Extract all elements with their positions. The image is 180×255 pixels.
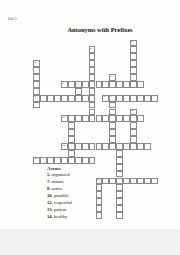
clue-item: 14. healthy <box>47 214 117 221</box>
crossword-cell[interactable] <box>89 102 96 109</box>
cell-number: 12 <box>62 144 65 147</box>
clue-item-text: possible <box>54 193 69 198</box>
crossword-cell[interactable]: 3 <box>33 60 40 67</box>
clue-item-text: mature <box>52 179 65 184</box>
crossword-cell[interactable]: 9 <box>109 95 116 102</box>
cell-number: 7 <box>35 95 36 98</box>
cell-number: 13 <box>35 157 38 160</box>
crossword-cell[interactable] <box>123 95 130 102</box>
cell-number: 8 <box>104 95 105 98</box>
crossword-cell[interactable] <box>130 122 137 129</box>
clue-item: 12. respectful <box>47 200 117 207</box>
crossword-cell[interactable] <box>33 81 40 88</box>
crossword-cell[interactable] <box>137 178 144 185</box>
crossword-cell[interactable] <box>102 115 109 122</box>
crossword-cell[interactable] <box>68 150 75 157</box>
crossword-cell[interactable] <box>75 157 82 164</box>
crossword-cell[interactable] <box>130 136 137 143</box>
crossword-cell[interactable]: 8 <box>102 95 109 102</box>
crossword-cell[interactable] <box>151 178 158 185</box>
crossword-cell[interactable] <box>89 88 96 95</box>
crossword-cell[interactable] <box>109 136 116 143</box>
clue-item: 5. organized <box>47 172 117 179</box>
crossword-cell[interactable] <box>89 157 96 164</box>
clue-item-text: organized <box>52 172 70 177</box>
crossword-cell[interactable] <box>137 115 144 122</box>
crossword-cell[interactable] <box>68 115 75 122</box>
crossword-cell[interactable] <box>89 95 96 102</box>
crossword-cell[interactable] <box>130 115 137 122</box>
crossword-cell[interactable] <box>47 95 54 102</box>
crossword-cell[interactable] <box>40 157 47 164</box>
crossword-cell[interactable] <box>116 178 123 185</box>
crossword-cell[interactable] <box>116 150 123 157</box>
crossword-cell[interactable] <box>96 115 103 122</box>
clue-item-number: 14. <box>47 214 54 219</box>
crossword-cell[interactable] <box>137 81 144 88</box>
crossword-cell[interactable] <box>68 122 75 129</box>
crossword-cell[interactable] <box>144 178 151 185</box>
crossword-cell[interactable] <box>68 157 75 164</box>
crossword-cell[interactable] <box>109 102 116 109</box>
clue-item: 7. mature <box>47 179 117 186</box>
clue-item-text: respectful <box>54 200 72 205</box>
crossword-cell[interactable] <box>75 115 82 122</box>
crossword-cell[interactable] <box>33 74 40 81</box>
crossword-cell[interactable] <box>102 143 109 150</box>
crossword-cell[interactable] <box>116 184 123 191</box>
across-clues: 5. organized7. mature8. active10. possib… <box>47 172 117 220</box>
crossword-cell[interactable] <box>116 212 123 219</box>
clue-item-number: 10. <box>47 193 54 198</box>
crossword-cell[interactable] <box>109 122 116 129</box>
crossword-cell[interactable] <box>130 74 137 81</box>
crossword-cell[interactable] <box>109 129 116 136</box>
crossword-cell[interactable] <box>54 95 61 102</box>
crossword-cell[interactable] <box>82 81 89 88</box>
crossword-cell[interactable] <box>123 143 130 150</box>
crossword-cell[interactable] <box>75 143 82 150</box>
crossword-cell[interactable] <box>130 53 137 60</box>
crossword-cell[interactable] <box>116 143 123 150</box>
crossword-cell[interactable] <box>102 81 109 88</box>
crossword-cell[interactable] <box>144 143 151 150</box>
clue-item: 10. possible <box>47 193 117 200</box>
crossword-cell[interactable] <box>47 157 54 164</box>
crossword-cell[interactable]: 4 <box>109 74 116 81</box>
crossword-cell[interactable] <box>151 95 158 102</box>
worksheet-page: Unit 5 Antonyms with Prefixes 5678910121… <box>0 0 180 255</box>
crossword-cell[interactable] <box>109 109 116 116</box>
crossword-cell[interactable] <box>89 74 96 81</box>
crossword-cell[interactable]: 11 <box>130 109 137 116</box>
crossword-cell[interactable] <box>123 178 130 185</box>
cell-number: 6 <box>76 82 77 85</box>
crossword-cell[interactable] <box>130 60 137 67</box>
crossword-cell[interactable] <box>116 95 123 102</box>
clue-item: 13. patient <box>47 207 117 214</box>
crossword-cell[interactable] <box>89 53 96 60</box>
crossword-cell[interactable] <box>33 102 40 109</box>
crossword-cell[interactable] <box>123 81 130 88</box>
crossword-cell[interactable] <box>68 95 75 102</box>
crossword-cell[interactable] <box>144 95 151 102</box>
crossword-cell[interactable] <box>116 164 123 171</box>
crossword-cell[interactable] <box>33 67 40 74</box>
crossword-cell[interactable] <box>116 198 123 205</box>
crossword-cell[interactable] <box>130 143 137 150</box>
crossword-cell[interactable] <box>40 95 47 102</box>
crossword-cell[interactable] <box>89 109 96 116</box>
crossword-cell[interactable] <box>116 157 123 164</box>
crossword-cell[interactable] <box>68 129 75 136</box>
crossword-cell[interactable] <box>89 143 96 150</box>
clue-list: Across 5. organized7. mature8. active10.… <box>47 166 117 221</box>
crossword-cell[interactable] <box>109 143 116 150</box>
crossword-cell[interactable] <box>82 143 89 150</box>
crossword-cell[interactable] <box>61 95 68 102</box>
crossword-cell[interactable] <box>96 81 103 88</box>
crossword-cell[interactable] <box>33 88 40 95</box>
cell-number: 11 <box>131 109 133 112</box>
crossword-cell[interactable] <box>54 157 61 164</box>
crossword-cell[interactable]: 1 <box>130 40 137 47</box>
crossword-cell[interactable]: 12 <box>61 143 68 150</box>
crossword-cell[interactable] <box>89 67 96 74</box>
cell-number: 10 <box>62 116 65 119</box>
crossword-cell[interactable] <box>130 46 137 53</box>
cell-number: 4 <box>111 75 112 78</box>
clue-item-number: 12. <box>47 200 54 205</box>
crossword-cell[interactable] <box>61 157 68 164</box>
cell-number: 2 <box>90 47 91 50</box>
crossword-cell[interactable]: 5 <box>61 81 68 88</box>
crossword-cell[interactable] <box>137 143 144 150</box>
crossword-cell[interactable] <box>123 115 130 122</box>
crossword-cell[interactable] <box>68 136 75 143</box>
crossword-cell[interactable] <box>109 81 116 88</box>
crossword-cell[interactable] <box>130 129 137 136</box>
crossword-cell[interactable]: 2 <box>89 46 96 53</box>
crossword-cell[interactable] <box>137 95 144 102</box>
clue-item-text: patient <box>54 207 67 212</box>
crossword-cell[interactable] <box>96 143 103 150</box>
crossword-cell[interactable]: 6 <box>75 81 82 88</box>
cell-number: 9 <box>111 95 112 98</box>
across-heading: Across <box>47 166 117 171</box>
clue-item-text: active <box>52 186 63 191</box>
clue-item-number: 13. <box>47 207 54 212</box>
crossword-cell[interactable] <box>82 157 89 164</box>
crossword-cell[interactable] <box>116 115 123 122</box>
cell-number: 5 <box>62 82 63 85</box>
crossword-cell[interactable] <box>82 95 89 102</box>
clue-item-text: healthy <box>54 214 68 219</box>
crossword-cell[interactable] <box>68 81 75 88</box>
crossword-cell[interactable] <box>89 60 96 67</box>
crossword-cell[interactable]: 13 <box>33 157 40 164</box>
crossword-cell[interactable] <box>82 115 89 122</box>
crossword-cell[interactable]: 7 <box>33 95 40 102</box>
crossword-cell[interactable] <box>116 205 123 212</box>
crossword-cell[interactable] <box>89 115 96 122</box>
crossword-cell[interactable] <box>130 67 137 74</box>
crossword-cell[interactable] <box>89 81 96 88</box>
crossword-cell[interactable]: 10 <box>61 115 68 122</box>
cell-number: 3 <box>35 61 36 64</box>
cell-number: 1 <box>131 40 132 43</box>
crossword-cell[interactable] <box>130 95 137 102</box>
crossword-cell[interactable] <box>109 115 116 122</box>
crossword-cell[interactable] <box>116 81 123 88</box>
crossword-cell[interactable] <box>130 178 137 185</box>
crossword-cell[interactable] <box>75 88 82 95</box>
crossword-cell[interactable] <box>68 143 75 150</box>
crossword-cell[interactable] <box>130 81 137 88</box>
crossword-cell[interactable] <box>75 95 82 102</box>
crossword-cell[interactable] <box>116 191 123 198</box>
crossword-cell[interactable] <box>116 171 123 178</box>
clue-item: 8. active <box>47 186 117 193</box>
page-bottom-shading <box>0 229 180 255</box>
